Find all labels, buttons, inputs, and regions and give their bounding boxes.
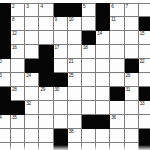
cell-r10-c3[interactable] <box>25 129 39 143</box>
cell-r6-c10[interactable]: 26 <box>125 73 139 87</box>
cell-r4-c5[interactable]: 17 <box>54 45 68 59</box>
cell-r11-c2[interactable] <box>11 143 25 150</box>
cell-r2-c4[interactable] <box>39 17 53 31</box>
cell-r7-c4[interactable]: 29 <box>39 87 53 101</box>
clue-number: 8 <box>11 17 14 22</box>
cell-r4-c9[interactable] <box>110 45 124 59</box>
clue-number: 9 <box>54 17 57 22</box>
black-cell-r5-c10 <box>125 59 139 73</box>
cell-r3-c9[interactable] <box>110 31 124 45</box>
clue-number: 4 <box>39 4 42 9</box>
cell-r11-c9[interactable] <box>110 143 124 150</box>
clue-number: 11 <box>110 17 115 22</box>
black-cell-r11-c5 <box>54 143 68 150</box>
clue-number: 28 <box>11 87 17 92</box>
cell-r9-c1[interactable]: 34 <box>0 115 11 129</box>
black-cell-r1-c8 <box>96 3 110 17</box>
cell-r7-c6[interactable] <box>68 87 82 101</box>
black-cell-r7-c1 <box>0 87 11 101</box>
cell-r10-c2[interactable] <box>11 129 25 143</box>
clue-number: 15 <box>139 31 145 36</box>
clue-number: 10 <box>68 17 74 22</box>
cell-r8-c5[interactable] <box>54 101 68 115</box>
black-cell-r4-c1 <box>0 45 11 59</box>
clue-number: 21 <box>68 59 74 64</box>
cell-r4-c7[interactable]: 18 <box>82 45 96 59</box>
clue-number: 26 <box>125 73 131 78</box>
clue-number: 29 <box>39 87 45 92</box>
clue-number: 36 <box>110 115 116 120</box>
black-cell-r11-c11 <box>139 143 150 150</box>
cell-r7-c2[interactable]: 28 <box>11 87 25 101</box>
cell-r4-c11[interactable] <box>139 45 150 59</box>
clue-number: 17 <box>54 45 60 50</box>
clue-number: 14 <box>96 31 102 36</box>
cell-r3-c4[interactable] <box>39 31 53 45</box>
cell-r10-c10[interactable] <box>125 129 139 143</box>
cell-r8-c9[interactable] <box>110 101 124 115</box>
black-cell-r10-c5 <box>54 129 68 143</box>
cell-r5-c6[interactable]: 21 <box>68 59 82 73</box>
cell-r6-c8[interactable] <box>96 73 110 87</box>
clue-number: 24 <box>25 73 31 78</box>
clue-number: 2 <box>11 4 14 9</box>
cell-r5-c8[interactable] <box>96 59 110 73</box>
cell-r6-c7[interactable] <box>82 73 96 87</box>
cell-r8-c11[interactable]: 33 <box>139 101 150 115</box>
cell-r8-c8[interactable] <box>96 101 110 115</box>
cell-r3-c3[interactable] <box>25 31 39 45</box>
black-cell-r10-c11 <box>139 129 150 143</box>
cell-r4-c3[interactable] <box>25 45 39 59</box>
black-cell-r7-c9 <box>110 87 124 101</box>
cell-r7-c10[interactable]: 31 <box>125 87 139 101</box>
cell-r9-c2[interactable]: 35 <box>11 115 25 129</box>
cell-r11-c1[interactable] <box>0 143 11 150</box>
clue-number: 32 <box>25 101 31 106</box>
cell-r5-c5[interactable] <box>54 59 68 73</box>
cell-r8-c6[interactable] <box>68 101 82 115</box>
cell-r5-c7[interactable] <box>82 59 96 73</box>
clue-number: 18 <box>82 45 88 50</box>
cell-r8-c4[interactable] <box>39 101 53 115</box>
cell-r7-c7[interactable] <box>82 87 96 101</box>
cell-r6-c3[interactable]: 24 <box>25 73 39 87</box>
cell-r10-c1[interactable] <box>0 129 11 143</box>
cell-r10-c9[interactable] <box>110 129 124 143</box>
cell-r2-c2[interactable]: 8 <box>11 17 25 31</box>
black-cell-r1-c6 <box>68 3 82 17</box>
cell-r10-c7[interactable] <box>82 129 96 143</box>
crossword-grid: 2345678910111214151617182021222324252628… <box>0 3 150 150</box>
black-cell-r4-c4 <box>39 45 53 59</box>
cell-r4-c8[interactable] <box>96 45 110 59</box>
clue-number: 16 <box>11 45 17 50</box>
black-cell-r1-c5 <box>54 3 68 17</box>
cell-r5-c11[interactable]: 22 <box>139 59 150 73</box>
cell-r4-c6[interactable] <box>68 45 82 59</box>
clue-number-partial: 34 <box>0 115 2 120</box>
black-cell-r8-c1 <box>0 101 11 115</box>
black-cell-r3-c7 <box>82 31 96 45</box>
clue-number-partial: 20 <box>0 59 2 64</box>
cell-r9-c5[interactable] <box>54 115 68 129</box>
clue-number: 35 <box>11 115 17 120</box>
cell-r10-c6[interactable]: 38 <box>68 129 82 143</box>
clue-number: 6 <box>110 4 113 9</box>
cell-r11-c7[interactable] <box>82 143 96 150</box>
black-cell-r7-c11 <box>139 87 150 101</box>
cell-r6-c6[interactable]: 25 <box>68 73 82 87</box>
clue-number: 12 <box>11 31 17 36</box>
cell-r1-c11[interactable] <box>139 3 150 17</box>
cell-r1-c4[interactable]: 4 <box>39 3 53 17</box>
black-cell-r2-c11 <box>139 17 150 31</box>
cell-r7-c8[interactable] <box>96 87 110 101</box>
clue-number: 38 <box>68 129 74 134</box>
black-cell-r6-c4 <box>39 73 53 87</box>
cell-r1-c7[interactable]: 5 <box>82 3 96 17</box>
clue-number: 30 <box>54 87 60 92</box>
black-cell-r6-c5 <box>54 73 68 87</box>
cell-r2-c6[interactable]: 10 <box>68 17 82 31</box>
cell-r2-c7[interactable] <box>82 17 96 31</box>
cell-r5-c2[interactable] <box>11 59 25 73</box>
black-cell-r9-c8 <box>96 115 110 129</box>
cell-r2-c9[interactable]: 11 <box>110 17 124 31</box>
cell-r5-c9[interactable] <box>110 59 124 73</box>
clue-number: 5 <box>82 4 85 9</box>
cell-r11-c3[interactable] <box>25 143 39 150</box>
cell-r4-c10[interactable] <box>125 45 139 59</box>
cell-r5-c1[interactable]: 20 <box>0 59 11 73</box>
cell-r6-c1[interactable]: 23 <box>0 73 11 87</box>
cell-r11-c6[interactable] <box>68 143 82 150</box>
black-cell-r5-c4 <box>39 59 53 73</box>
cell-r7-c3[interactable] <box>25 87 39 101</box>
cell-r2-c5[interactable]: 9 <box>54 17 68 31</box>
cell-r4-c2[interactable]: 16 <box>11 45 25 59</box>
cell-r9-c3[interactable] <box>25 115 39 129</box>
cell-r2-c3[interactable] <box>25 17 39 31</box>
cell-r9-c10[interactable] <box>125 115 139 129</box>
cell-r10-c8[interactable] <box>96 129 110 143</box>
black-cell-r2-c8 <box>96 17 110 31</box>
cell-r11-c4[interactable] <box>39 143 53 150</box>
cell-r1-c3[interactable]: 3 <box>25 3 39 17</box>
black-cell-r3-c1 <box>0 31 11 45</box>
cell-r3-c8[interactable]: 14 <box>96 31 110 45</box>
cell-r9-c9[interactable]: 36 <box>110 115 124 129</box>
cell-r11-c8[interactable] <box>96 143 110 150</box>
clue-number: 22 <box>139 59 145 64</box>
cell-r1-c9[interactable]: 6 <box>110 3 124 17</box>
black-cell-r8-c2 <box>11 101 25 115</box>
cell-r3-c6[interactable] <box>68 31 82 45</box>
cell-r9-c11[interactable] <box>139 115 150 129</box>
clue-number: 7 <box>125 4 128 9</box>
cell-r7-c5[interactable]: 30 <box>54 87 68 101</box>
clue-number-partial: 23 <box>0 73 2 78</box>
cell-r3-c10[interactable] <box>125 31 139 45</box>
cell-r1-c2[interactable]: 2 <box>11 3 25 17</box>
cell-r2-c10[interactable] <box>125 17 139 31</box>
black-cell-r9-c7 <box>82 115 96 129</box>
cell-r8-c3[interactable]: 32 <box>25 101 39 115</box>
cell-r8-c10[interactable] <box>125 101 139 115</box>
cell-r1-c10[interactable]: 7 <box>125 3 139 17</box>
cell-r9-c6[interactable] <box>68 115 82 129</box>
clue-number: 3 <box>25 4 28 9</box>
cell-r3-c11[interactable]: 15 <box>139 31 150 45</box>
black-cell-r1-c1 <box>0 3 11 17</box>
black-cell-r5-c3 <box>25 59 39 73</box>
cell-r9-c4[interactable] <box>39 115 53 129</box>
cell-r8-c7[interactable] <box>82 101 96 115</box>
clue-number: 31 <box>125 87 131 92</box>
cell-r3-c2[interactable]: 12 <box>11 31 25 45</box>
cell-r11-c10[interactable] <box>125 143 139 150</box>
cell-r3-c5[interactable] <box>54 31 68 45</box>
cell-r6-c9[interactable] <box>110 73 124 87</box>
cell-r6-c11[interactable] <box>139 73 150 87</box>
crossword-scan: 2345678910111214151617182021222324252628… <box>0 0 150 150</box>
clue-number: 25 <box>68 73 74 78</box>
clue-number: 33 <box>139 101 145 106</box>
cell-r6-c2[interactable] <box>11 73 25 87</box>
black-cell-r2-c1 <box>0 17 11 31</box>
cell-r10-c4[interactable] <box>39 129 53 143</box>
